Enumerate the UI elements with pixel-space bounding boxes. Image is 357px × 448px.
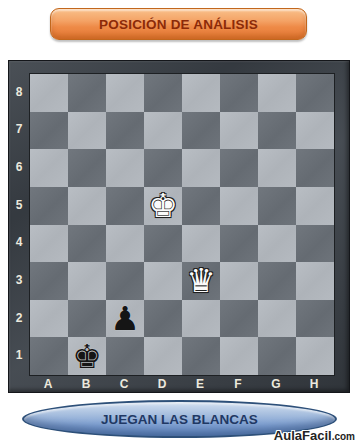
square-c7	[106, 112, 144, 150]
square-c5	[106, 187, 144, 225]
square-h6	[296, 149, 334, 187]
square-b6	[68, 149, 106, 187]
white-queen-piece: ♛	[186, 262, 216, 299]
square-d3	[144, 262, 182, 300]
file-labels: ABCDEFGH	[29, 374, 333, 394]
square-a3	[30, 262, 68, 300]
square-b8	[68, 74, 106, 112]
square-d7	[144, 112, 182, 150]
square-c1	[106, 337, 144, 375]
square-e5	[182, 187, 220, 225]
square-a8	[30, 74, 68, 112]
square-h2	[296, 300, 334, 338]
square-b1: ♚	[68, 337, 106, 375]
rank-label-6: 6	[9, 148, 29, 186]
square-g8	[258, 74, 296, 112]
square-f1	[220, 337, 258, 375]
square-h3	[296, 262, 334, 300]
file-label-f: F	[219, 374, 257, 394]
white-to-move-label: JUEGAN LAS BLANCAS	[101, 412, 258, 427]
file-label-h: H	[295, 374, 333, 394]
square-h7	[296, 112, 334, 150]
file-label-b: B	[67, 374, 105, 394]
square-g1	[258, 337, 296, 375]
square-b5	[68, 187, 106, 225]
square-a1	[30, 337, 68, 375]
square-c8	[106, 74, 144, 112]
file-label-e: E	[181, 374, 219, 394]
square-f4	[220, 225, 258, 263]
square-b4	[68, 225, 106, 263]
square-c2: ♟	[106, 300, 144, 338]
file-label-a: A	[29, 374, 67, 394]
rank-label-4: 4	[9, 224, 29, 262]
square-g3	[258, 262, 296, 300]
square-e2	[182, 300, 220, 338]
square-a5	[30, 187, 68, 225]
square-b7	[68, 112, 106, 150]
square-d6	[144, 149, 182, 187]
square-c4	[106, 225, 144, 263]
square-e7	[182, 112, 220, 150]
square-g6	[258, 149, 296, 187]
aulafacil-watermark: AulaFacil.com	[274, 428, 355, 443]
square-h8	[296, 74, 334, 112]
square-e8	[182, 74, 220, 112]
square-a7	[30, 112, 68, 150]
square-e1	[182, 337, 220, 375]
square-g5	[258, 187, 296, 225]
file-label-g: G	[257, 374, 295, 394]
rank-label-5: 5	[9, 186, 29, 224]
square-d4	[144, 225, 182, 263]
square-g2	[258, 300, 296, 338]
square-e6	[182, 149, 220, 187]
watermark-brand: AulaFacil	[274, 428, 332, 443]
file-label-d: D	[143, 374, 181, 394]
square-b3	[68, 262, 106, 300]
analysis-position-banner: POSICIÓN DE ANÁLISIS	[50, 8, 307, 40]
rank-label-7: 7	[9, 111, 29, 149]
square-g7	[258, 112, 296, 150]
rank-label-8: 8	[9, 73, 29, 111]
black-king-piece: ♚	[72, 338, 102, 375]
square-c3	[106, 262, 144, 300]
square-a4	[30, 225, 68, 263]
square-h1	[296, 337, 334, 375]
square-a2	[30, 300, 68, 338]
square-a6	[30, 149, 68, 187]
square-e4	[182, 225, 220, 263]
black-pawn-piece: ♟	[110, 300, 140, 337]
board-grid: ♚♛♟♚	[29, 73, 335, 376]
white-king-piece: ♚	[148, 187, 178, 224]
square-f5	[220, 187, 258, 225]
square-d5: ♚	[144, 187, 182, 225]
rank-label-1: 1	[9, 336, 29, 374]
rank-label-3: 3	[9, 261, 29, 299]
square-b2	[68, 300, 106, 338]
watermark-suffix: .com	[332, 431, 355, 442]
chess-board-frame: 87654321 ♚♛♟♚ ABCDEFGH	[8, 60, 350, 393]
square-f8	[220, 74, 258, 112]
rank-labels: 87654321	[9, 73, 29, 374]
square-h5	[296, 187, 334, 225]
square-d8	[144, 74, 182, 112]
square-f3	[220, 262, 258, 300]
square-h4	[296, 225, 334, 263]
page: POSICIÓN DE ANÁLISIS 87654321 ♚♛♟♚ ABCDE…	[0, 0, 357, 448]
rank-label-2: 2	[9, 299, 29, 337]
square-e3: ♛	[182, 262, 220, 300]
square-d1	[144, 337, 182, 375]
file-label-c: C	[105, 374, 143, 394]
square-f7	[220, 112, 258, 150]
square-c6	[106, 149, 144, 187]
analysis-position-label: POSICIÓN DE ANÁLISIS	[99, 17, 258, 32]
square-g4	[258, 225, 296, 263]
square-d2	[144, 300, 182, 338]
square-f2	[220, 300, 258, 338]
square-f6	[220, 149, 258, 187]
